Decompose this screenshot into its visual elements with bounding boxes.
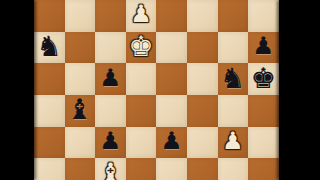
square-r2-c4[interactable] (156, 63, 187, 95)
square-r1-c6[interactable] (218, 32, 249, 64)
square-r0-c1[interactable] (65, 0, 96, 32)
square-r1-c2[interactable] (95, 32, 126, 64)
square-r2-c7[interactable]: ♚ (248, 63, 279, 95)
black-knight-icon: ♞ (37, 31, 62, 62)
black-pawn-icon: ♟ (161, 126, 183, 157)
square-r0-c2[interactable] (95, 0, 126, 32)
square-r3-c6[interactable] (218, 95, 249, 127)
letterbox-left (0, 0, 34, 180)
square-r3-c0[interactable] (34, 95, 65, 127)
square-r0-c3[interactable]: ♟ (126, 0, 157, 32)
square-r4-c5[interactable] (187, 127, 218, 159)
square-r2-c2[interactable]: ♟ (95, 63, 126, 95)
square-r2-c3[interactable] (126, 63, 157, 95)
square-r2-c1[interactable] (65, 63, 96, 95)
chess-board: ♟♞♚♟♟♞♚♝♟♟♟♝ (34, 0, 279, 180)
black-pawn-icon: ♟ (253, 31, 275, 62)
square-r0-c5[interactable] (187, 0, 218, 32)
square-r3-c7[interactable] (248, 95, 279, 127)
square-r0-c4[interactable] (156, 0, 187, 32)
square-r1-c1[interactable] (65, 32, 96, 64)
white-pawn-icon: ♟ (130, 0, 152, 30)
square-r4-c3[interactable] (126, 127, 157, 159)
square-r5-c2[interactable]: ♝ (95, 158, 126, 180)
black-bishop-icon: ♝ (67, 94, 92, 125)
square-r1-c4[interactable] (156, 32, 187, 64)
square-r3-c2[interactable] (95, 95, 126, 127)
square-r5-c7[interactable] (248, 158, 279, 180)
square-r0-c0[interactable] (34, 0, 65, 32)
square-r2-c0[interactable] (34, 63, 65, 95)
square-r3-c3[interactable] (126, 95, 157, 127)
square-r5-c0[interactable] (34, 158, 65, 180)
letterbox-right (279, 0, 320, 180)
square-r2-c5[interactable] (187, 63, 218, 95)
square-r5-c5[interactable] (187, 158, 218, 180)
black-pawn-icon: ♟ (100, 126, 122, 157)
square-r0-c6[interactable] (218, 0, 249, 32)
square-r1-c5[interactable] (187, 32, 218, 64)
square-r1-c0[interactable]: ♞ (34, 32, 65, 64)
square-r5-c3[interactable] (126, 158, 157, 180)
square-r4-c7[interactable] (248, 127, 279, 159)
square-r3-c5[interactable] (187, 95, 218, 127)
white-king-icon: ♚ (129, 31, 154, 62)
square-r4-c2[interactable]: ♟ (95, 127, 126, 159)
square-r4-c0[interactable] (34, 127, 65, 159)
square-r1-c7[interactable]: ♟ (248, 32, 279, 64)
black-king-icon: ♚ (251, 63, 276, 94)
white-bishop-icon: ♝ (98, 158, 123, 180)
square-r5-c1[interactable] (65, 158, 96, 180)
square-r5-c4[interactable] (156, 158, 187, 180)
square-r4-c4[interactable]: ♟ (156, 127, 187, 159)
square-r2-c6[interactable]: ♞ (218, 63, 249, 95)
square-r1-c3[interactable]: ♚ (126, 32, 157, 64)
white-pawn-icon: ♟ (222, 126, 244, 157)
square-r3-c4[interactable] (156, 95, 187, 127)
square-r3-c1[interactable]: ♝ (65, 95, 96, 127)
square-r4-c1[interactable] (65, 127, 96, 159)
square-r5-c6[interactable] (218, 158, 249, 180)
video-frame: ♟♞♚♟♟♞♚♝♟♟♟♝ (0, 0, 320, 180)
black-pawn-icon: ♟ (100, 63, 122, 94)
square-r4-c6[interactable]: ♟ (218, 127, 249, 159)
black-knight-icon: ♞ (220, 63, 245, 94)
square-r0-c7[interactable] (248, 0, 279, 32)
